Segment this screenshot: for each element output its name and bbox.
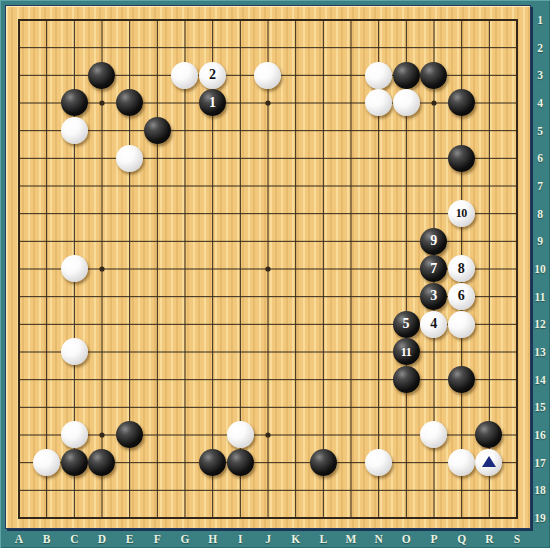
column-label-C: C: [70, 532, 78, 546]
move-number: 4: [430, 317, 437, 331]
white-stone-O4[interactable]: [393, 89, 420, 116]
white-stone-H3[interactable]: 2: [199, 62, 226, 89]
black-stone-O14[interactable]: [393, 366, 420, 393]
black-stone-Q6[interactable]: [448, 145, 475, 172]
row-label-2: 2: [537, 42, 543, 54]
stones-layer: 2110978365411: [5, 6, 530, 531]
white-stone-Q17[interactable]: [448, 449, 475, 476]
black-stone-P3[interactable]: [420, 62, 447, 89]
white-stone-Q8[interactable]: 10: [448, 200, 475, 227]
move-number: 10: [456, 207, 467, 219]
column-label-P: P: [430, 532, 437, 546]
go-board[interactable]: 2110978365411: [5, 5, 531, 529]
black-stone-Q4[interactable]: [448, 89, 475, 116]
move-number: 7: [430, 262, 437, 276]
white-stone-Q12[interactable]: [448, 311, 475, 338]
black-stone-R16[interactable]: [475, 421, 502, 448]
column-label-O: O: [402, 532, 411, 546]
column-label-E: E: [126, 532, 134, 546]
row-label-13: 13: [534, 346, 546, 358]
triangle-marker-icon: [482, 456, 496, 467]
row-label-6: 6: [537, 152, 543, 164]
row-label-16: 16: [534, 429, 546, 441]
row-label-11: 11: [535, 291, 546, 303]
black-stone-O3[interactable]: [393, 62, 420, 89]
row-label-4: 4: [537, 97, 543, 109]
row-label-18: 18: [534, 484, 546, 496]
white-stone-J3[interactable]: [254, 62, 281, 89]
column-label-H: H: [208, 532, 217, 546]
row-label-9: 9: [537, 235, 543, 247]
row-label-5: 5: [537, 125, 543, 137]
row-label-14: 14: [534, 374, 546, 386]
move-number: 3: [430, 289, 437, 303]
move-number: 1: [209, 96, 216, 110]
row-label-10: 10: [534, 263, 546, 275]
black-stone-H4[interactable]: 1: [199, 89, 226, 116]
white-stone-C13[interactable]: [61, 338, 88, 365]
black-stone-E4[interactable]: [116, 89, 143, 116]
row-label-12: 12: [534, 318, 546, 330]
black-stone-P10[interactable]: 7: [420, 255, 447, 282]
column-label-N: N: [375, 532, 383, 546]
column-label-Q: Q: [457, 532, 466, 546]
move-number: 2: [209, 68, 216, 82]
black-stone-D3[interactable]: [88, 62, 115, 89]
white-stone-P16[interactable]: [420, 421, 447, 448]
row-label-7: 7: [537, 180, 543, 192]
row-label-19: 19: [534, 512, 546, 524]
black-stone-L17[interactable]: [310, 449, 337, 476]
white-stone-Q10[interactable]: 8: [448, 255, 475, 282]
black-stone-C17[interactable]: [61, 449, 88, 476]
white-stone-N17[interactable]: [365, 449, 392, 476]
black-stone-H17[interactable]: [199, 449, 226, 476]
white-stone-C16[interactable]: [61, 421, 88, 448]
column-label-B: B: [43, 532, 51, 546]
row-label-15: 15: [534, 401, 546, 413]
move-number: 6: [458, 289, 465, 303]
move-number: 11: [401, 346, 411, 358]
white-stone-C5[interactable]: [61, 117, 88, 144]
go-board-app: 2110978365411 ABCDEFGHIJKLMNOPQRS 123456…: [0, 0, 550, 548]
column-label-J: J: [265, 532, 271, 546]
column-label-K: K: [291, 532, 300, 546]
black-stone-E16[interactable]: [116, 421, 143, 448]
black-stone-F5[interactable]: [144, 117, 171, 144]
white-stone-C10[interactable]: [61, 255, 88, 282]
black-stone-O12[interactable]: 5: [393, 311, 420, 338]
black-stone-P11[interactable]: 3: [420, 283, 447, 310]
black-stone-Q14[interactable]: [448, 366, 475, 393]
white-stone-I16[interactable]: [227, 421, 254, 448]
move-number: 8: [458, 262, 465, 276]
white-stone-G3[interactable]: [171, 62, 198, 89]
black-stone-D17[interactable]: [88, 449, 115, 476]
column-label-I: I: [238, 532, 242, 546]
white-stone-E6[interactable]: [116, 145, 143, 172]
row-label-8: 8: [537, 208, 543, 220]
white-stone-B17[interactable]: [33, 449, 60, 476]
black-stone-I17[interactable]: [227, 449, 254, 476]
black-stone-C4[interactable]: [61, 89, 88, 116]
column-label-R: R: [485, 532, 493, 546]
white-stone-P12[interactable]: 4: [420, 311, 447, 338]
column-label-M: M: [346, 532, 357, 546]
black-stone-P9[interactable]: 9: [420, 228, 447, 255]
column-label-S: S: [514, 532, 520, 546]
move-number: 9: [430, 234, 437, 248]
column-label-D: D: [98, 532, 106, 546]
row-label-17: 17: [534, 457, 546, 469]
black-stone-O13[interactable]: 11: [393, 338, 420, 365]
row-label-3: 3: [537, 69, 543, 81]
move-number: 5: [403, 317, 410, 331]
column-label-L: L: [319, 532, 327, 546]
row-label-1: 1: [537, 14, 543, 26]
white-stone-R17[interactable]: [475, 449, 502, 476]
white-stone-N4[interactable]: [365, 89, 392, 116]
column-label-A: A: [15, 532, 23, 546]
column-label-G: G: [181, 532, 190, 546]
white-stone-N3[interactable]: [365, 62, 392, 89]
column-label-F: F: [154, 532, 161, 546]
white-stone-Q11[interactable]: 6: [448, 283, 475, 310]
